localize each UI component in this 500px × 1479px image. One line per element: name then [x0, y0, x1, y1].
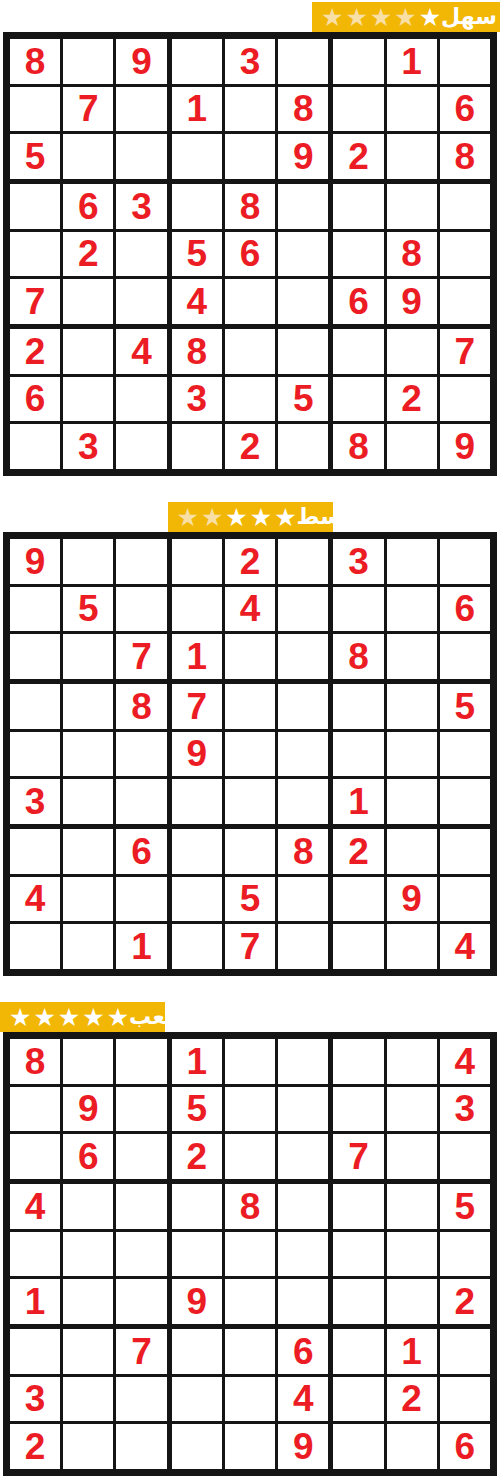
cell-r3c7[interactable]: 7: [333, 1134, 383, 1179]
cell-r8c4[interactable]: [172, 1377, 222, 1422]
cell-r3c4[interactable]: 2: [172, 1134, 222, 1179]
difficulty-label-easy: سهل: [441, 6, 497, 28]
sudoku-box: 8352: [172, 329, 329, 469]
cell-r2c4[interactable]: 5: [172, 1087, 222, 1132]
cell-r9c6[interactable]: [278, 924, 328, 969]
cell-r9c2[interactable]: [63, 924, 113, 969]
cell-r5c8[interactable]: [387, 732, 437, 777]
cell-r3c2[interactable]: 6: [63, 1134, 113, 1179]
cell-r5c2[interactable]: [63, 732, 113, 777]
sudoku-box: 2463: [10, 329, 167, 469]
sudoku-box: 896: [10, 1039, 167, 1179]
cell-r2c3[interactable]: [116, 87, 166, 132]
sudoku-grid-hard: 896152437418952732649126: [3, 1032, 497, 1476]
cell-r9c1[interactable]: [10, 424, 60, 469]
cell-r5c8[interactable]: [387, 1232, 437, 1277]
cell-r5c9[interactable]: [440, 232, 490, 277]
cell-r9c4[interactable]: [172, 1424, 222, 1469]
cell-r3c1[interactable]: [10, 634, 60, 679]
cell-r5c5[interactable]: 6: [225, 232, 275, 277]
cell-r5c1[interactable]: [10, 232, 60, 277]
cell-r5c9[interactable]: [440, 732, 490, 777]
cell-r7c9[interactable]: 7: [440, 329, 490, 374]
sudoku-box: 437: [333, 1039, 490, 1179]
cell-r8c9[interactable]: [440, 1377, 490, 1422]
sudoku-box: 79: [172, 684, 329, 824]
cell-r2c6[interactable]: [278, 1087, 328, 1132]
cell-r1c9[interactable]: 4: [440, 1039, 490, 1084]
cell-r1c6[interactable]: [278, 1039, 328, 1084]
sudoku-box: 52: [333, 1184, 490, 1324]
cell-r5c4[interactable]: 9: [172, 732, 222, 777]
cell-r4c8[interactable]: [387, 684, 437, 729]
cell-r3c7[interactable]: 2: [333, 134, 383, 179]
cell-r1c2[interactable]: [63, 1039, 113, 1084]
cell-r3c8[interactable]: [387, 134, 437, 179]
cell-r9c5[interactable]: 7: [225, 924, 275, 969]
cell-r3c5[interactable]: [225, 1134, 275, 1179]
cell-r5c4[interactable]: [172, 1232, 222, 1277]
cell-r1c6[interactable]: [278, 39, 328, 84]
cell-r6c8[interactable]: [387, 779, 437, 824]
difficulty-banner-medium: ★★★★★ وسط: [168, 502, 333, 532]
cell-r2c4[interactable]: 1: [172, 87, 222, 132]
star-icon: ★: [82, 1005, 104, 1030]
cell-r9c1[interactable]: [10, 924, 60, 969]
sudoku-box: 8564: [172, 184, 329, 324]
cell-r3c3[interactable]: [116, 134, 166, 179]
cell-r7c8[interactable]: [387, 829, 437, 874]
star-icon: ★: [419, 5, 441, 30]
cell-r8c6[interactable]: 5: [278, 377, 328, 422]
cell-r6c9[interactable]: [440, 279, 490, 324]
cell-r7c8[interactable]: [387, 329, 437, 374]
star-icon: ★: [394, 5, 416, 30]
cell-r2c2[interactable]: 7: [63, 87, 113, 132]
star-icon: ★: [250, 505, 272, 530]
cell-r3c7[interactable]: 8: [333, 634, 383, 679]
cell-r8c8[interactable]: 9: [387, 877, 437, 922]
cell-r6c5[interactable]: [225, 1279, 275, 1324]
cell-r7c6[interactable]: 8: [278, 829, 328, 874]
star-icon: ★: [33, 1005, 55, 1030]
cell-r8c4[interactable]: [172, 877, 222, 922]
sudoku-sheet: ★★★★★ سهل 897531891628632785648692463835…: [0, 2, 500, 1476]
cell-r3c4[interactable]: 1: [172, 634, 222, 679]
cell-r1c2[interactable]: [63, 539, 113, 584]
cell-r4c4[interactable]: [172, 1184, 222, 1229]
cell-r1c3[interactable]: [116, 539, 166, 584]
star-icon: ★: [274, 505, 296, 530]
cell-r2c7[interactable]: [333, 587, 383, 632]
cell-r6c5[interactable]: [225, 279, 275, 324]
cell-r4c4[interactable]: [172, 184, 222, 229]
cell-r1c1[interactable]: 8: [10, 39, 60, 84]
sudoku-box: 6327: [10, 184, 167, 324]
cell-r7c7[interactable]: [333, 1329, 383, 1374]
cell-r3c9[interactable]: [440, 1134, 490, 1179]
cell-r7c4[interactable]: [172, 829, 222, 874]
cell-r8c7[interactable]: [333, 377, 383, 422]
cell-r8c7[interactable]: [333, 877, 383, 922]
cell-r8c5[interactable]: [225, 377, 275, 422]
sudoku-box: 1628: [333, 39, 490, 179]
cell-r2c8[interactable]: [387, 1087, 437, 1132]
cell-r6c9[interactable]: [440, 779, 490, 824]
cell-r7c3[interactable]: 6: [116, 829, 166, 874]
cell-r4c8[interactable]: [387, 1184, 437, 1229]
cell-r9c5[interactable]: 2: [225, 424, 275, 469]
cell-r9c5[interactable]: [225, 1424, 275, 1469]
cell-r4c1[interactable]: [10, 684, 60, 729]
sudoku-box: 857: [172, 829, 329, 969]
cell-r9c6[interactable]: [278, 424, 328, 469]
cell-r1c7[interactable]: [333, 39, 383, 84]
cell-r2c3[interactable]: [116, 587, 166, 632]
cell-r3c9[interactable]: 8: [440, 134, 490, 179]
sudoku-box: 869: [333, 184, 490, 324]
cell-r5c6[interactable]: [278, 232, 328, 277]
cell-r7c9[interactable]: [440, 829, 490, 874]
cell-r1c9[interactable]: [440, 539, 490, 584]
difficulty-banner-hard: ★★★★★ صعب: [0, 1002, 165, 1032]
cell-r8c3[interactable]: [116, 877, 166, 922]
cell-r5c7[interactable]: [333, 1232, 383, 1277]
cell-r2c2[interactable]: 5: [63, 587, 113, 632]
cell-r3c9[interactable]: [440, 634, 490, 679]
cell-r9c9[interactable]: 6: [440, 1424, 490, 1469]
cell-r8c1[interactable]: 6: [10, 377, 60, 422]
cell-r1c5[interactable]: 3: [225, 39, 275, 84]
cell-r3c4[interactable]: [172, 134, 222, 179]
cell-r1c6[interactable]: [278, 539, 328, 584]
cell-r6c1[interactable]: 1: [10, 1279, 60, 1324]
cell-r7c5[interactable]: [225, 829, 275, 874]
cell-r8c8[interactable]: 2: [387, 377, 437, 422]
star-icon: ★: [58, 1005, 80, 1030]
cell-r5c6[interactable]: [278, 732, 328, 777]
cell-r6c2[interactable]: [63, 279, 113, 324]
cell-r1c7[interactable]: [333, 1039, 383, 1084]
sudoku-box: 83: [10, 684, 167, 824]
difficulty-stars-hard: ★★★★★: [9, 1005, 129, 1030]
cell-r2c1[interactable]: [10, 587, 60, 632]
cell-r5c9[interactable]: [440, 1232, 490, 1277]
cell-r4c2[interactable]: [63, 684, 113, 729]
difficulty-stars-easy: ★★★★★: [321, 5, 441, 30]
cell-r8c3[interactable]: [116, 377, 166, 422]
cell-r1c5[interactable]: 2: [225, 539, 275, 584]
cell-r9c3[interactable]: [116, 1424, 166, 1469]
cell-r7c4[interactable]: 8: [172, 329, 222, 374]
cell-r6c5[interactable]: [225, 779, 275, 824]
sudoku-box: 7289: [333, 329, 490, 469]
cell-r8c8[interactable]: 2: [387, 1377, 437, 1422]
cell-r4c7[interactable]: [333, 1184, 383, 1229]
cell-r9c7[interactable]: [333, 924, 383, 969]
cell-r7c5[interactable]: [225, 329, 275, 374]
cell-r3c6[interactable]: 9: [278, 134, 328, 179]
cell-r4c1[interactable]: 4: [10, 1184, 60, 1229]
cell-r9c3[interactable]: [116, 424, 166, 469]
cell-r3c3[interactable]: 7: [116, 634, 166, 679]
cell-r7c6[interactable]: 6: [278, 1329, 328, 1374]
difficulty-label-medium: وسط: [297, 506, 356, 528]
sudoku-grid-medium: 957241368837951641857294: [3, 532, 497, 976]
cell-r4c2[interactable]: [63, 1184, 113, 1229]
cell-r1c4[interactable]: [172, 39, 222, 84]
cell-r3c5[interactable]: [225, 634, 275, 679]
cell-r6c3[interactable]: [116, 279, 166, 324]
star-icon: ★: [345, 5, 367, 30]
cell-r2c5[interactable]: 4: [225, 587, 275, 632]
cell-r8c5[interactable]: [225, 1377, 275, 1422]
cell-r5c1[interactable]: [10, 732, 60, 777]
cell-r9c2[interactable]: [63, 1424, 113, 1469]
cell-r6c4[interactable]: 9: [172, 1279, 222, 1324]
cell-r1c3[interactable]: 9: [116, 39, 166, 84]
cell-r7c8[interactable]: 1: [387, 1329, 437, 1374]
star-icon: ★: [201, 505, 223, 530]
cell-r9c8[interactable]: [387, 1424, 437, 1469]
cell-r5c5[interactable]: [225, 732, 275, 777]
cell-r2c9[interactable]: 6: [440, 87, 490, 132]
cell-r6c9[interactable]: 2: [440, 1279, 490, 1324]
cell-r9c8[interactable]: [387, 924, 437, 969]
cell-r1c4[interactable]: 1: [172, 1039, 222, 1084]
cell-r4c6[interactable]: [278, 1184, 328, 1229]
sudoku-box: 241: [172, 539, 329, 679]
cell-r3c1[interactable]: 5: [10, 134, 60, 179]
cell-r8c6[interactable]: 4: [278, 1377, 328, 1422]
cell-r5c3[interactable]: [116, 232, 166, 277]
sudoku-box: 3189: [172, 39, 329, 179]
sudoku-box: 732: [10, 1329, 167, 1469]
cell-r1c8[interactable]: [387, 539, 437, 584]
cell-r7c7[interactable]: [333, 329, 383, 374]
cell-r4c4[interactable]: 7: [172, 684, 222, 729]
sudoku-box: 51: [333, 684, 490, 824]
cell-r9c4[interactable]: [172, 924, 222, 969]
cell-r5c7[interactable]: [333, 732, 383, 777]
cell-r4c2[interactable]: 6: [63, 184, 113, 229]
cell-r2c8[interactable]: [387, 587, 437, 632]
cell-r7c3[interactable]: 7: [116, 1329, 166, 1374]
cell-r9c7[interactable]: 8: [333, 424, 383, 469]
cell-r2c4[interactable]: [172, 587, 222, 632]
cell-r5c8[interactable]: 8: [387, 232, 437, 277]
cell-r3c6[interactable]: [278, 1134, 328, 1179]
sudoku-box: 41: [10, 1184, 167, 1324]
cell-r6c6[interactable]: [278, 779, 328, 824]
cell-r2c3[interactable]: [116, 1087, 166, 1132]
cell-r6c1[interactable]: 3: [10, 779, 60, 824]
cell-r7c9[interactable]: [440, 1329, 490, 1374]
sudoku-box: 126: [333, 1329, 490, 1469]
cell-r2c6[interactable]: 8: [278, 87, 328, 132]
cell-r8c6[interactable]: [278, 877, 328, 922]
cell-r1c5[interactable]: [225, 1039, 275, 1084]
cell-r1c8[interactable]: [387, 1039, 437, 1084]
cell-r4c3[interactable]: 8: [116, 684, 166, 729]
cell-r5c5[interactable]: [225, 1232, 275, 1277]
cell-r1c1[interactable]: 9: [10, 539, 60, 584]
cell-r7c3[interactable]: 4: [116, 329, 166, 374]
cell-r4c6[interactable]: [278, 684, 328, 729]
cell-r9c9[interactable]: 4: [440, 924, 490, 969]
cell-r7c7[interactable]: 2: [333, 829, 383, 874]
cell-r8c9[interactable]: [440, 377, 490, 422]
cell-r3c3[interactable]: [116, 1134, 166, 1179]
cell-r2c2[interactable]: 9: [63, 1087, 113, 1132]
star-icon: ★: [9, 1005, 31, 1030]
cell-r5c1[interactable]: [10, 1232, 60, 1277]
cell-r4c5[interactable]: 8: [225, 184, 275, 229]
cell-r1c2[interactable]: [63, 39, 113, 84]
cell-r5c7[interactable]: [333, 232, 383, 277]
cell-r9c4[interactable]: [172, 424, 222, 469]
cell-r7c2[interactable]: [63, 1329, 113, 1374]
cell-r4c8[interactable]: [387, 184, 437, 229]
cell-r2c5[interactable]: [225, 1087, 275, 1132]
cell-r8c2[interactable]: [63, 1377, 113, 1422]
cell-r9c9[interactable]: 9: [440, 424, 490, 469]
cell-r4c7[interactable]: [333, 184, 383, 229]
cell-r1c1[interactable]: 8: [10, 1039, 60, 1084]
cell-r8c5[interactable]: 5: [225, 877, 275, 922]
cell-r6c3[interactable]: [116, 779, 166, 824]
cell-r5c3[interactable]: [116, 732, 166, 777]
cell-r8c1[interactable]: 3: [10, 1377, 60, 1422]
cell-r7c1[interactable]: 2: [10, 329, 60, 374]
star-icon: ★: [370, 5, 392, 30]
cell-r1c7[interactable]: 3: [333, 539, 383, 584]
cell-r1c3[interactable]: [116, 1039, 166, 1084]
cell-r6c8[interactable]: 9: [387, 279, 437, 324]
cell-r8c1[interactable]: 4: [10, 877, 60, 922]
cell-r4c3[interactable]: 3: [116, 184, 166, 229]
cell-r7c2[interactable]: [63, 829, 113, 874]
sudoku-box: 8975: [10, 39, 167, 179]
cell-r4c9[interactable]: 5: [440, 1184, 490, 1229]
cell-r2c7[interactable]: [333, 1087, 383, 1132]
cell-r5c2[interactable]: [63, 1232, 113, 1277]
cell-r8c3[interactable]: [116, 1377, 166, 1422]
cell-r9c2[interactable]: 3: [63, 424, 113, 469]
star-icon: ★: [225, 505, 247, 530]
cell-r4c7[interactable]: [333, 684, 383, 729]
sudoku-box: 294: [333, 829, 490, 969]
cell-r4c6[interactable]: [278, 184, 328, 229]
cell-r5c3[interactable]: [116, 1232, 166, 1277]
cell-r6c4[interactable]: 4: [172, 279, 222, 324]
cell-r3c8[interactable]: [387, 634, 437, 679]
cell-r6c3[interactable]: [116, 1279, 166, 1324]
cell-r7c5[interactable]: [225, 1329, 275, 1374]
cell-r3c1[interactable]: [10, 1134, 60, 1179]
sudoku-box: 641: [10, 829, 167, 969]
cell-r7c4[interactable]: [172, 1329, 222, 1374]
cell-r8c4[interactable]: 3: [172, 377, 222, 422]
cell-r2c9[interactable]: 3: [440, 1087, 490, 1132]
cell-r3c2[interactable]: [63, 134, 113, 179]
cell-r2c5[interactable]: [225, 87, 275, 132]
cell-r6c7[interactable]: 6: [333, 279, 383, 324]
difficulty-banner-easy: ★★★★★ سهل: [312, 2, 500, 32]
cell-r4c3[interactable]: [116, 1184, 166, 1229]
cell-r1c9[interactable]: [440, 39, 490, 84]
cell-r7c6[interactable]: [278, 329, 328, 374]
star-icon: ★: [177, 505, 199, 530]
cell-r8c2[interactable]: [63, 377, 113, 422]
cell-r6c1[interactable]: 7: [10, 279, 60, 324]
cell-r5c4[interactable]: 5: [172, 232, 222, 277]
cell-r4c9[interactable]: [440, 184, 490, 229]
cell-r6c8[interactable]: [387, 1279, 437, 1324]
cell-r6c6[interactable]: [278, 279, 328, 324]
cell-r9c1[interactable]: 2: [10, 1424, 60, 1469]
cell-r6c2[interactable]: [63, 1279, 113, 1324]
cell-r3c2[interactable]: [63, 634, 113, 679]
cell-r7c1[interactable]: [10, 829, 60, 874]
cell-r5c2[interactable]: 2: [63, 232, 113, 277]
sudoku-box: 152: [172, 1039, 329, 1179]
cell-r6c6[interactable]: [278, 1279, 328, 1324]
cell-r1c8[interactable]: 1: [387, 39, 437, 84]
cell-r2c8[interactable]: [387, 87, 437, 132]
cell-r9c7[interactable]: [333, 1424, 383, 1469]
cell-r4c1[interactable]: [10, 184, 60, 229]
cell-r9c3[interactable]: 1: [116, 924, 166, 969]
difficulty-stars-medium: ★★★★★: [177, 505, 297, 530]
cell-r6c7[interactable]: 1: [333, 779, 383, 824]
cell-r6c7[interactable]: [333, 1279, 383, 1324]
cell-r8c2[interactable]: [63, 877, 113, 922]
cell-r3c8[interactable]: [387, 1134, 437, 1179]
cell-r6c4[interactable]: [172, 779, 222, 824]
sudoku-box: 649: [172, 1329, 329, 1469]
cell-r9c6[interactable]: 9: [278, 1424, 328, 1469]
cell-r2c6[interactable]: [278, 587, 328, 632]
sudoku-box: 89: [172, 1184, 329, 1324]
cell-r4c5[interactable]: 8: [225, 1184, 275, 1229]
cell-r7c1[interactable]: [10, 1329, 60, 1374]
star-icon: ★: [107, 1005, 129, 1030]
cell-r3c6[interactable]: [278, 634, 328, 679]
sudoku-grid-easy: 89753189162863278564869246383527289: [3, 32, 497, 476]
cell-r8c7[interactable]: [333, 1377, 383, 1422]
cell-r4c9[interactable]: 5: [440, 684, 490, 729]
cell-r2c1[interactable]: [10, 87, 60, 132]
cell-r4c5[interactable]: [225, 684, 275, 729]
cell-r6c2[interactable]: [63, 779, 113, 824]
cell-r3c5[interactable]: [225, 134, 275, 179]
cell-r2c9[interactable]: 6: [440, 587, 490, 632]
cell-r1c4[interactable]: [172, 539, 222, 584]
cell-r2c1[interactable]: [10, 1087, 60, 1132]
cell-r7c2[interactable]: [63, 329, 113, 374]
sudoku-box: 957: [10, 539, 167, 679]
cell-r8c9[interactable]: [440, 877, 490, 922]
cell-r5c6[interactable]: [278, 1232, 328, 1277]
cell-r9c8[interactable]: [387, 424, 437, 469]
sudoku-box: 368: [333, 539, 490, 679]
difficulty-label-hard: صعب: [129, 1006, 186, 1028]
star-icon: ★: [321, 5, 343, 30]
cell-r2c7[interactable]: [333, 87, 383, 132]
